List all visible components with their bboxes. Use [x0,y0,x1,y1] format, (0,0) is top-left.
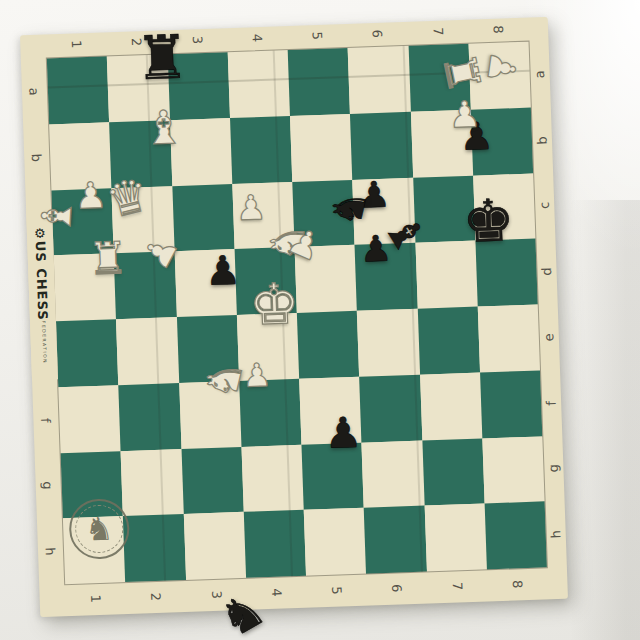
square-c3[interactable] [172,184,235,252]
white-pawn-c4[interactable]: ♟ [235,190,267,225]
square-b5[interactable] [290,114,353,182]
square-e2[interactable] [116,317,179,385]
square-h7[interactable] [424,504,487,572]
file-label-left-a: a [26,87,41,96]
federation-wordmark: FEDERATION [41,320,48,364]
chessboard-vinyl-sheet: ⚙ US CHESS FEDERATION ♞ 1122334455667788… [20,17,568,617]
square-e5[interactable] [297,311,360,379]
file-label-right-f: f [544,400,559,406]
square-h3[interactable] [183,512,246,580]
black-pawn-g5[interactable]: ♟ [324,412,363,455]
square-a1[interactable] [47,56,110,124]
square-b4[interactable] [230,116,293,184]
rank-label-bottom-1: 1 [88,594,103,603]
file-label-right-e: e [541,332,556,341]
square-g4[interactable] [241,444,304,512]
square-h4[interactable] [244,510,307,578]
rank-label-top-6: 6 [370,29,385,38]
square-b6[interactable] [350,112,413,180]
square-g3[interactable] [181,446,244,514]
rank-label-top-7: 7 [430,27,445,36]
rank-label-bottom-6: 6 [389,584,404,593]
white-bishop-b2[interactable]: ♝ [142,103,185,150]
rank-label-bottom-4: 4 [269,588,284,597]
square-a4[interactable] [227,50,290,118]
rank-label-top-3: 3 [189,36,204,45]
file-label-right-c: c [537,201,552,209]
square-f8[interactable] [480,370,543,438]
square-f1[interactable] [58,385,121,453]
square-f7[interactable] [420,372,483,440]
square-g2[interactable] [121,449,184,517]
square-g6[interactable] [362,440,425,508]
square-h6[interactable] [364,506,427,574]
rank-label-bottom-2: 2 [148,592,163,601]
rank-label-top-4: 4 [249,33,264,42]
table-surface: { "game": "chess", "scene": { "descripti… [0,0,640,640]
square-a6[interactable] [348,46,411,114]
square-g8[interactable] [482,436,545,504]
white-king-e4[interactable]: ♚ [248,276,300,334]
file-label-right-a: a [532,70,547,79]
rank-label-top-5: 5 [310,31,325,40]
white-rook-d1[interactable]: ♜ [87,236,128,281]
file-label-left-h: h [42,547,57,556]
us-chess-wordmark: US CHESS [33,240,51,320]
rank-label-bottom-5: 5 [329,586,344,595]
square-f6[interactable] [359,374,422,442]
rank-label-top-1: 1 [69,40,84,49]
black-king-d8[interactable]: ♚ [462,191,516,251]
file-label-right-d: d [539,267,554,276]
black-pawn-d3[interactable]: ♟ [204,250,241,291]
file-label-left-f: f [38,418,53,424]
file-label-right-g: g [546,464,561,473]
square-h5[interactable] [304,508,367,576]
file-label-left-b: b [29,153,44,162]
rank-label-bottom-8: 8 [510,580,525,589]
file-label-left-g: g [40,481,55,490]
white-pawn-b7[interactable]: ♟ [448,96,482,133]
file-label-right-b: b [534,135,549,144]
white-pawn-f4[interactable]: ♟ [242,358,272,391]
rank-label-top-8: 8 [490,25,505,34]
white-pawn-a8[interactable]: ♟ [481,49,521,86]
square-g7[interactable] [422,438,485,506]
square-h8[interactable] [484,502,547,570]
white-bishop-offboard[interactable]: ♝ [35,197,77,235]
square-e8[interactable] [477,304,540,372]
square-a5[interactable] [288,48,351,116]
square-e1[interactable] [56,319,119,387]
square-e7[interactable] [417,307,480,375]
knight-emblem-icon: ♞ [84,512,114,545]
rank-label-bottom-7: 7 [449,582,464,591]
square-h2[interactable] [123,514,186,582]
black-rook-a2[interactable]: ♜ [134,26,190,88]
file-label-right-h: h [548,529,563,538]
square-f2[interactable] [119,383,182,451]
square-e6[interactable] [357,309,420,377]
